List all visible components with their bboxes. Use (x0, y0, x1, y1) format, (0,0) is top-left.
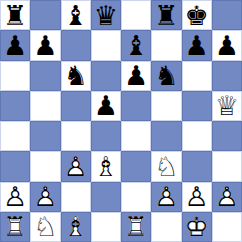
square-e5[interactable] (121, 91, 151, 121)
black-pawn-piece: ♟ (182, 30, 212, 60)
square-a8[interactable]: ♜ (0, 0, 30, 30)
square-g1[interactable]: ♚♔ (182, 212, 212, 242)
black-bishop-piece: ♝ (61, 0, 91, 30)
square-f6[interactable]: ♞ (151, 61, 181, 91)
square-f7[interactable] (151, 30, 181, 60)
square-g6[interactable] (182, 61, 212, 91)
square-h3[interactable] (212, 151, 242, 181)
square-b5[interactable] (30, 91, 60, 121)
white-pawn-piece: ♟♙ (61, 151, 91, 181)
square-f4[interactable] (151, 121, 181, 151)
square-g7[interactable]: ♟ (182, 30, 212, 60)
white-rook-piece: ♜♖ (0, 212, 30, 242)
square-d7[interactable] (91, 30, 121, 60)
square-h2[interactable]: ♟♙ (212, 182, 242, 212)
square-h4[interactable] (212, 121, 242, 151)
square-e8[interactable] (121, 0, 151, 30)
square-b1[interactable]: ♞♘ (30, 212, 60, 242)
square-b3[interactable] (30, 151, 60, 181)
black-rook-piece: ♜ (0, 0, 30, 30)
square-h1[interactable] (212, 212, 242, 242)
square-e6[interactable]: ♟ (121, 61, 151, 91)
black-bishop-piece: ♝ (121, 30, 151, 60)
black-king-piece: ♚ (182, 0, 212, 30)
square-h6[interactable] (212, 61, 242, 91)
square-g5[interactable] (182, 91, 212, 121)
square-e4[interactable] (121, 121, 151, 151)
black-rook-piece: ♜ (151, 0, 181, 30)
square-f5[interactable] (151, 91, 181, 121)
square-b7[interactable]: ♟ (30, 30, 60, 60)
black-pawn-piece: ♟ (212, 30, 242, 60)
square-d2[interactable] (91, 182, 121, 212)
square-f1[interactable] (151, 212, 181, 242)
white-bishop-piece: ♝♗ (61, 212, 91, 242)
square-g8[interactable]: ♚ (182, 0, 212, 30)
white-pawn-piece: ♟♙ (0, 182, 30, 212)
square-c3[interactable]: ♟♙ (61, 151, 91, 181)
square-c5[interactable] (61, 91, 91, 121)
square-g3[interactable] (182, 151, 212, 181)
square-e2[interactable] (121, 182, 151, 212)
square-e7[interactable]: ♝ (121, 30, 151, 60)
black-pawn-piece: ♟ (30, 30, 60, 60)
square-b8[interactable] (30, 0, 60, 30)
square-h8[interactable] (212, 0, 242, 30)
white-queen-piece: ♛♕ (212, 91, 242, 121)
square-a7[interactable]: ♟ (0, 30, 30, 60)
white-king-piece: ♚♔ (182, 212, 212, 242)
square-d5[interactable]: ♟ (91, 91, 121, 121)
white-pawn-piece: ♟♙ (151, 182, 181, 212)
square-f2[interactable]: ♟♙ (151, 182, 181, 212)
square-d1[interactable] (91, 212, 121, 242)
square-a3[interactable] (0, 151, 30, 181)
black-pawn-piece: ♟ (121, 61, 151, 91)
square-d4[interactable] (91, 121, 121, 151)
square-h5[interactable]: ♛♕ (212, 91, 242, 121)
white-rook-piece: ♜♖ (121, 212, 151, 242)
square-h7[interactable]: ♟ (212, 30, 242, 60)
square-e3[interactable] (121, 151, 151, 181)
black-knight-piece: ♞ (61, 61, 91, 91)
square-a5[interactable] (0, 91, 30, 121)
black-queen-piece: ♛ (91, 0, 121, 30)
square-d6[interactable] (91, 61, 121, 91)
square-g2[interactable]: ♟♙ (182, 182, 212, 212)
square-b2[interactable]: ♟♙ (30, 182, 60, 212)
square-d8[interactable]: ♛ (91, 0, 121, 30)
black-pawn-piece: ♟ (91, 91, 121, 121)
black-pawn-piece: ♟ (0, 30, 30, 60)
square-a1[interactable]: ♜♖ (0, 212, 30, 242)
white-knight-piece: ♞♘ (30, 212, 60, 242)
square-c2[interactable] (61, 182, 91, 212)
square-c6[interactable]: ♞ (61, 61, 91, 91)
white-bishop-piece: ♝♗ (91, 151, 121, 181)
white-pawn-piece: ♟♙ (182, 182, 212, 212)
square-c1[interactable]: ♝♗ (61, 212, 91, 242)
square-d3[interactable]: ♝♗ (91, 151, 121, 181)
black-knight-piece: ♞ (151, 61, 181, 91)
square-f8[interactable]: ♜ (151, 0, 181, 30)
square-a4[interactable] (0, 121, 30, 151)
square-c8[interactable]: ♝ (61, 0, 91, 30)
white-pawn-piece: ♟♙ (30, 182, 60, 212)
square-c7[interactable] (61, 30, 91, 60)
square-f3[interactable]: ♞♘ (151, 151, 181, 181)
white-knight-piece: ♞♘ (151, 151, 181, 181)
square-g4[interactable] (182, 121, 212, 151)
square-e1[interactable]: ♜♖ (121, 212, 151, 242)
square-a2[interactable]: ♟♙ (0, 182, 30, 212)
white-pawn-piece: ♟♙ (212, 182, 242, 212)
square-c4[interactable] (61, 121, 91, 151)
chess-board: ♜♝♛♜♚♟♟♝♟♟♞♟♞♟♛♕♟♙♝♗♞♘♟♙♟♙♟♙♟♙♟♙♜♖♞♘♝♗♜♖… (0, 0, 242, 242)
square-b6[interactable] (30, 61, 60, 91)
square-a6[interactable] (0, 61, 30, 91)
square-b4[interactable] (30, 121, 60, 151)
